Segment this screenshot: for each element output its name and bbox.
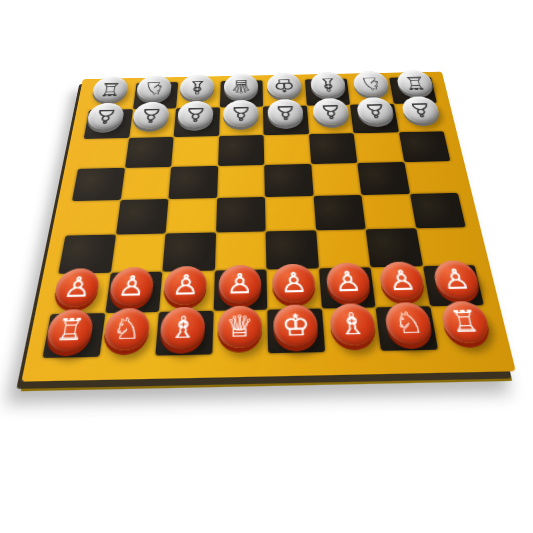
piece-white-pawn-a2[interactable]: ♙ (53, 268, 102, 308)
square-e5[interactable] (264, 164, 313, 197)
square-a2[interactable]: ♙ (51, 272, 111, 314)
square-g4[interactable] (361, 194, 415, 230)
piece-black-pawn-d7[interactable]: ♙ (223, 100, 259, 127)
piece-glyph: ♙ (171, 271, 200, 299)
piece-glyph: ♙ (386, 267, 417, 295)
piece-black-rook-h8[interactable]: ♖ (395, 70, 434, 96)
square-c1[interactable]: ♗ (155, 311, 213, 356)
square-e7[interactable]: ♙ (263, 106, 309, 135)
piece-white-pawn-f2[interactable]: ♙ (325, 262, 371, 301)
piece-black-knight-b8[interactable]: ♘ (135, 75, 172, 101)
piece-black-knight-g8[interactable]: ♘ (352, 71, 390, 97)
square-e4[interactable] (265, 196, 316, 232)
square-g5[interactable] (357, 162, 409, 195)
piece-glyph: ♖ (402, 74, 427, 92)
square-a7[interactable]: ♙ (84, 109, 133, 138)
piece-glyph: ♙ (440, 265, 473, 293)
piece-glyph: ♗ (316, 76, 339, 94)
square-d5[interactable] (217, 165, 265, 198)
piece-glyph: ♘ (392, 308, 425, 338)
piece-white-rook-h1[interactable]: ♖ (439, 301, 492, 344)
piece-glyph: ♙ (226, 270, 253, 298)
square-d2[interactable]: ♙ (213, 269, 267, 311)
square-h1[interactable]: ♖ (430, 305, 494, 350)
piece-glyph: ♙ (333, 268, 363, 296)
piece-glyph: ♙ (280, 269, 308, 297)
square-d7[interactable]: ♙ (219, 107, 264, 136)
square-g1[interactable]: ♘ (376, 306, 438, 351)
square-b6[interactable] (125, 137, 174, 168)
piece-black-queen-d8[interactable]: ♕ (223, 74, 258, 100)
piece-glyph: ♗ (168, 313, 198, 343)
square-h6[interactable] (398, 131, 450, 162)
piece-white-pawn-g2[interactable]: ♙ (378, 261, 426, 300)
piece-glyph: ♗ (186, 78, 209, 96)
piece-black-bishop-c8[interactable]: ♗ (179, 75, 215, 101)
square-a5[interactable] (72, 168, 125, 201)
piece-white-king-e1[interactable]: ♔ (273, 304, 319, 347)
square-a6[interactable] (78, 138, 129, 169)
piece-black-king-e8[interactable]: ♔ (267, 73, 302, 99)
piece-glyph: ♘ (359, 75, 383, 93)
square-g2[interactable]: ♙ (370, 266, 429, 307)
piece-glyph: ♙ (116, 272, 146, 300)
piece-white-rook-a1[interactable]: ♖ (44, 309, 95, 352)
piece-glyph: ♖ (54, 315, 87, 346)
square-a1[interactable]: ♖ (42, 313, 104, 358)
piece-black-rook-a8[interactable]: ♖ (91, 76, 129, 102)
square-f7[interactable]: ♙ (306, 105, 353, 134)
piece-white-queen-d1[interactable]: ♕ (217, 305, 262, 348)
square-b2[interactable]: ♙ (105, 271, 163, 313)
square-c5[interactable] (168, 166, 217, 199)
square-c4[interactable] (166, 198, 217, 234)
square-c7[interactable]: ♙ (174, 108, 220, 137)
piece-black-pawn-e7[interactable]: ♙ (268, 99, 304, 126)
square-g6[interactable] (354, 132, 404, 163)
square-f6[interactable] (309, 133, 358, 164)
piece-white-bishop-c1[interactable]: ♗ (159, 306, 206, 349)
square-b1[interactable]: ♘ (99, 312, 159, 357)
square-h5[interactable] (404, 161, 458, 194)
piece-glyph: ♔ (281, 310, 311, 340)
piece-glyph: ♖ (448, 307, 482, 337)
square-e6[interactable] (264, 134, 311, 165)
board-photo: ♖♘♗♕♔♗♘♖♙♙♙♙♙♙♙♙♙♙♙♙♙♙♙♙♖♘♗♕♔♗♘♖ (0, 0, 533, 533)
square-d1[interactable]: ♕ (212, 309, 268, 354)
piece-glyph: ♘ (142, 79, 166, 97)
piece-glyph: ♙ (318, 102, 342, 121)
square-f2[interactable]: ♙ (318, 267, 375, 308)
piece-glyph: ♗ (337, 309, 368, 339)
square-a3[interactable] (58, 235, 115, 274)
square-f4[interactable] (313, 195, 366, 231)
piece-glyph: ♘ (111, 314, 143, 345)
piece-glyph: ♙ (184, 105, 208, 124)
square-h3[interactable] (416, 227, 475, 265)
piece-white-pawn-c2[interactable]: ♙ (163, 265, 208, 305)
piece-glyph: ♙ (407, 100, 433, 119)
square-a4[interactable] (65, 200, 120, 236)
square-b5[interactable] (120, 167, 171, 200)
piece-glyph: ♖ (98, 80, 123, 98)
piece-glyph: ♙ (229, 104, 252, 123)
chess-board: ♖♘♗♕♔♗♘♖♙♙♙♙♙♙♙♙♙♙♙♙♙♙♙♙♖♘♗♕♔♗♘♖ (21, 72, 515, 382)
piece-glyph: ♙ (93, 107, 119, 126)
piece-white-pawn-h2[interactable]: ♙ (431, 260, 481, 299)
square-b7[interactable]: ♙ (129, 109, 176, 138)
piece-white-knight-g1[interactable]: ♘ (384, 302, 435, 345)
square-e1[interactable]: ♔ (267, 308, 324, 353)
square-b4[interactable] (115, 199, 168, 235)
square-f1[interactable]: ♗ (321, 307, 381, 352)
board-grid: ♖♘♗♕♔♗♘♖♙♙♙♙♙♙♙♙♙♙♙♙♙♙♙♙♖♘♗♕♔♗♘♖ (42, 77, 493, 358)
piece-white-pawn-b2[interactable]: ♙ (108, 267, 155, 307)
square-h7[interactable]: ♙ (393, 103, 443, 132)
square-g7[interactable]: ♙ (350, 104, 398, 133)
piece-white-knight-b1[interactable]: ♘ (102, 308, 151, 351)
square-c2[interactable]: ♙ (159, 270, 214, 312)
piece-white-pawn-e2[interactable]: ♙ (272, 263, 316, 303)
piece-glyph: ♙ (138, 106, 163, 125)
square-c6[interactable] (171, 136, 218, 167)
square-d6[interactable] (218, 135, 265, 166)
piece-glyph: ♙ (62, 273, 94, 301)
square-f5[interactable] (311, 163, 362, 196)
piece-glyph: ♕ (225, 311, 254, 341)
piece-glyph: ♙ (274, 103, 297, 122)
piece-black-pawn-c7[interactable]: ♙ (177, 101, 214, 128)
piece-white-bishop-f1[interactable]: ♗ (328, 303, 376, 346)
square-h4[interactable] (410, 193, 466, 229)
square-d4[interactable] (216, 197, 266, 233)
square-e2[interactable]: ♙ (266, 268, 321, 309)
piece-glyph: ♕ (230, 77, 252, 95)
piece-glyph: ♙ (363, 101, 388, 120)
piece-white-pawn-d2[interactable]: ♙ (218, 264, 261, 304)
piece-black-bishop-f8[interactable]: ♗ (310, 72, 347, 98)
piece-glyph: ♔ (273, 76, 296, 94)
square-h2[interactable]: ♙ (422, 265, 483, 306)
